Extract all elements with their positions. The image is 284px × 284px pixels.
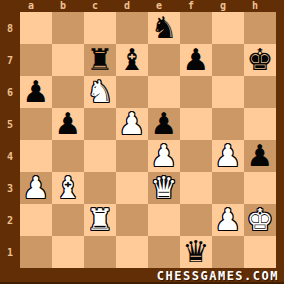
piece-black-knight[interactable]: ♞: [151, 12, 178, 44]
file-label-f: f: [175, 0, 207, 12]
file-label-c: c: [79, 0, 111, 12]
chess-board-widget: abcdefgh 87654321 ♞♜♝♟♚♟♞♟♟♟♟♟♟♟♝♛♜♟♚♛ C…: [0, 0, 284, 284]
square-g8[interactable]: [212, 12, 244, 44]
rank-label-7: 7: [0, 44, 20, 76]
piece-black-bishop[interactable]: ♝: [119, 44, 146, 76]
square-e2[interactable]: [148, 204, 180, 236]
square-e1[interactable]: [148, 236, 180, 268]
file-label-g: g: [207, 0, 239, 12]
square-h4[interactable]: ♟: [244, 140, 276, 172]
file-label-b: b: [47, 0, 79, 12]
square-h6[interactable]: [244, 76, 276, 108]
piece-white-pawn[interactable]: ♟: [151, 140, 178, 172]
square-h8[interactable]: [244, 12, 276, 44]
piece-white-pawn[interactable]: ♟: [119, 108, 146, 140]
square-b4[interactable]: [52, 140, 84, 172]
piece-black-rook[interactable]: ♜: [87, 44, 114, 76]
piece-white-bishop[interactable]: ♝: [55, 172, 82, 204]
square-c8[interactable]: [84, 12, 116, 44]
piece-white-knight[interactable]: ♞: [87, 76, 114, 108]
square-d6[interactable]: [116, 76, 148, 108]
file-label-d: d: [111, 0, 143, 12]
file-label-a: a: [15, 0, 47, 12]
square-f5[interactable]: [180, 108, 212, 140]
square-c2[interactable]: ♜: [84, 204, 116, 236]
rank-labels: 87654321: [0, 12, 20, 268]
square-h3[interactable]: [244, 172, 276, 204]
square-f1[interactable]: ♛: [180, 236, 212, 268]
square-g3[interactable]: [212, 172, 244, 204]
square-a4[interactable]: [20, 140, 52, 172]
board: ♞♜♝♟♚♟♞♟♟♟♟♟♟♟♝♛♜♟♚♛: [20, 12, 276, 268]
square-f2[interactable]: [180, 204, 212, 236]
square-d4[interactable]: [116, 140, 148, 172]
square-h1[interactable]: [244, 236, 276, 268]
square-h5[interactable]: [244, 108, 276, 140]
square-a6[interactable]: ♟: [20, 76, 52, 108]
square-h2[interactable]: ♚: [244, 204, 276, 236]
square-c6[interactable]: ♞: [84, 76, 116, 108]
piece-white-king[interactable]: ♚: [247, 204, 274, 236]
square-d5[interactable]: ♟: [116, 108, 148, 140]
square-d2[interactable]: [116, 204, 148, 236]
piece-white-pawn[interactable]: ♟: [215, 140, 242, 172]
square-d3[interactable]: [116, 172, 148, 204]
square-e6[interactable]: [148, 76, 180, 108]
piece-black-pawn[interactable]: ♟: [55, 108, 82, 140]
rank-label-3: 3: [0, 172, 20, 204]
square-a8[interactable]: [20, 12, 52, 44]
square-f4[interactable]: [180, 140, 212, 172]
square-g4[interactable]: ♟: [212, 140, 244, 172]
square-c7[interactable]: ♜: [84, 44, 116, 76]
piece-black-queen[interactable]: ♛: [183, 236, 210, 268]
square-d7[interactable]: ♝: [116, 44, 148, 76]
square-a1[interactable]: [20, 236, 52, 268]
square-a7[interactable]: [20, 44, 52, 76]
square-b1[interactable]: [52, 236, 84, 268]
piece-white-queen[interactable]: ♛: [151, 172, 178, 204]
square-e8[interactable]: ♞: [148, 12, 180, 44]
square-h7[interactable]: ♚: [244, 44, 276, 76]
square-d8[interactable]: [116, 12, 148, 44]
square-e7[interactable]: [148, 44, 180, 76]
piece-white-rook[interactable]: ♜: [87, 204, 114, 236]
piece-black-pawn[interactable]: ♟: [23, 76, 50, 108]
piece-white-pawn[interactable]: ♟: [23, 172, 50, 204]
piece-white-pawn[interactable]: ♟: [215, 204, 242, 236]
square-b5[interactable]: ♟: [52, 108, 84, 140]
square-e3[interactable]: ♛: [148, 172, 180, 204]
file-label-h: h: [239, 0, 271, 12]
piece-black-king[interactable]: ♚: [247, 44, 274, 76]
square-f7[interactable]: ♟: [180, 44, 212, 76]
square-e5[interactable]: ♟: [148, 108, 180, 140]
square-g5[interactable]: [212, 108, 244, 140]
square-a2[interactable]: [20, 204, 52, 236]
square-c3[interactable]: [84, 172, 116, 204]
square-c4[interactable]: [84, 140, 116, 172]
square-c5[interactable]: [84, 108, 116, 140]
piece-black-pawn[interactable]: ♟: [183, 44, 210, 76]
square-b7[interactable]: [52, 44, 84, 76]
square-f8[interactable]: [180, 12, 212, 44]
rank-label-1: 1: [0, 236, 20, 268]
rank-label-5: 5: [0, 108, 20, 140]
square-b2[interactable]: [52, 204, 84, 236]
rank-label-2: 2: [0, 204, 20, 236]
square-g1[interactable]: [212, 236, 244, 268]
square-g2[interactable]: ♟: [212, 204, 244, 236]
piece-black-pawn[interactable]: ♟: [151, 108, 178, 140]
square-f3[interactable]: [180, 172, 212, 204]
rank-label-8: 8: [0, 12, 20, 44]
rank-label-6: 6: [0, 76, 20, 108]
square-g7[interactable]: [212, 44, 244, 76]
square-e4[interactable]: ♟: [148, 140, 180, 172]
rank-label-4: 4: [0, 140, 20, 172]
square-b8[interactable]: [52, 12, 84, 44]
square-b6[interactable]: [52, 76, 84, 108]
piece-black-pawn[interactable]: ♟: [247, 140, 274, 172]
square-a5[interactable]: [20, 108, 52, 140]
square-c1[interactable]: [84, 236, 116, 268]
square-b3[interactable]: ♝: [52, 172, 84, 204]
square-d1[interactable]: [116, 236, 148, 268]
square-a3[interactable]: ♟: [20, 172, 52, 204]
square-f6[interactable]: [180, 76, 212, 108]
file-labels: abcdefgh: [20, 0, 276, 12]
square-g6[interactable]: [212, 76, 244, 108]
